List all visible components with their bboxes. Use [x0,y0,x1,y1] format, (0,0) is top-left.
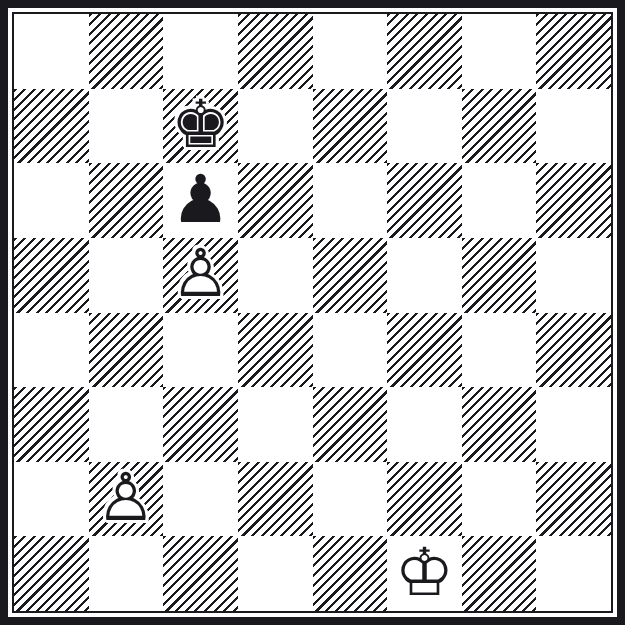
square-f8[interactable] [387,14,462,89]
square-b7[interactable] [89,89,164,164]
square-c6[interactable]: ♟♟ [163,163,238,238]
square-b6[interactable] [89,163,164,238]
black-pawn-glyph: ♟ [171,166,230,232]
square-e3[interactable] [313,387,388,462]
square-a2[interactable] [14,462,89,537]
square-h7[interactable] [536,89,611,164]
square-e5[interactable] [313,238,388,313]
square-b2[interactable]: ♟♙ [89,462,164,537]
board-frame: ♚♚♟♟♟♙♟♙♚♔ [0,0,625,625]
square-d3[interactable] [238,387,313,462]
white-king-glyph: ♔ [395,539,454,605]
square-e6[interactable] [313,163,388,238]
square-e7[interactable] [313,89,388,164]
square-g3[interactable] [462,387,537,462]
square-c4[interactable] [163,313,238,388]
square-g6[interactable] [462,163,537,238]
square-h6[interactable] [536,163,611,238]
square-g4[interactable] [462,313,537,388]
white-pawn-glyph: ♙ [171,241,230,307]
square-e1[interactable] [313,536,388,611]
square-c2[interactable] [163,462,238,537]
black-pawn[interactable]: ♟♟ [163,163,238,238]
black-king-glyph: ♚ [171,92,230,158]
square-g2[interactable] [462,462,537,537]
square-a6[interactable] [14,163,89,238]
square-h3[interactable] [536,387,611,462]
square-d6[interactable] [238,163,313,238]
square-g1[interactable] [462,536,537,611]
square-e4[interactable] [313,313,388,388]
square-f3[interactable] [387,387,462,462]
square-g8[interactable] [462,14,537,89]
square-a3[interactable] [14,387,89,462]
square-g7[interactable] [462,89,537,164]
square-h1[interactable] [536,536,611,611]
square-b5[interactable] [89,238,164,313]
square-e8[interactable] [313,14,388,89]
square-b8[interactable] [89,14,164,89]
square-d8[interactable] [238,14,313,89]
square-f1[interactable]: ♚♔ [387,536,462,611]
chess-board: ♚♚♟♟♟♙♟♙♚♔ [14,14,611,611]
square-f7[interactable] [387,89,462,164]
square-f6[interactable] [387,163,462,238]
square-b4[interactable] [89,313,164,388]
square-c5[interactable]: ♟♙ [163,238,238,313]
square-b1[interactable] [89,536,164,611]
square-h4[interactable] [536,313,611,388]
square-a5[interactable] [14,238,89,313]
square-d7[interactable] [238,89,313,164]
white-king[interactable]: ♚♔ [387,536,462,611]
square-c8[interactable] [163,14,238,89]
square-c7[interactable]: ♚♚ [163,89,238,164]
square-h2[interactable] [536,462,611,537]
square-a1[interactable] [14,536,89,611]
square-g5[interactable] [462,238,537,313]
square-c3[interactable] [163,387,238,462]
square-d5[interactable] [238,238,313,313]
square-b3[interactable] [89,387,164,462]
white-pawn[interactable]: ♟♙ [89,462,164,537]
square-a4[interactable] [14,313,89,388]
square-h8[interactable] [536,14,611,89]
square-c1[interactable] [163,536,238,611]
white-pawn[interactable]: ♟♙ [163,238,238,313]
square-d1[interactable] [238,536,313,611]
square-a8[interactable] [14,14,89,89]
black-king[interactable]: ♚♚ [163,89,238,164]
square-d4[interactable] [238,313,313,388]
board-inner-border: ♚♚♟♟♟♙♟♙♚♔ [12,12,613,613]
square-a7[interactable] [14,89,89,164]
square-d2[interactable] [238,462,313,537]
square-f2[interactable] [387,462,462,537]
square-e2[interactable] [313,462,388,537]
square-h5[interactable] [536,238,611,313]
white-pawn-glyph: ♙ [96,465,155,531]
square-f4[interactable] [387,313,462,388]
square-f5[interactable] [387,238,462,313]
